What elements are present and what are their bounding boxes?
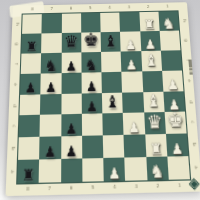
square[interactable]: ♟: [81, 72, 102, 93]
coordinate-label: 3: [125, 184, 147, 191]
coordinate-label: 2: [147, 184, 169, 191]
square[interactable]: ♝: [102, 92, 123, 114]
piece-white-pawn: ♟: [125, 38, 137, 51]
piece-white-pawn: ♟: [144, 38, 156, 51]
piece-white-pawn: ♟: [168, 98, 180, 112]
square[interactable]: [61, 93, 82, 115]
square[interactable]: ♜: [21, 33, 41, 53]
square[interactable]: ♟: [39, 137, 60, 160]
square[interactable]: ♟: [20, 73, 41, 94]
piece-white-bishop: ♝: [144, 52, 159, 68]
square[interactable]: ♟: [140, 31, 161, 51]
square[interactable]: [61, 72, 81, 93]
square[interactable]: ♝: [101, 32, 121, 52]
piece-black-rook: ♜: [22, 167, 35, 183]
square[interactable]: [39, 159, 61, 183]
square[interactable]: ♚: [81, 32, 101, 52]
square[interactable]: [41, 33, 61, 53]
square[interactable]: ♟: [120, 31, 141, 51]
square[interactable]: ♞: [146, 157, 169, 181]
square[interactable]: ♜: [139, 12, 160, 31]
table-backdrop: 87654321 87654321 hgfedcba hgfedcba ♜♞♜♛…: [0, 0, 200, 200]
coordinate-label: 1: [158, 4, 178, 9]
square[interactable]: ♞: [41, 53, 61, 74]
piece-white-knight: ♞: [162, 16, 176, 30]
coordinate-label: 4: [104, 185, 126, 192]
square[interactable]: [167, 156, 190, 180]
square[interactable]: [159, 30, 180, 50]
piece-black-pawn: ♟: [65, 144, 77, 159]
square[interactable]: [125, 157, 147, 181]
square[interactable]: [61, 159, 83, 183]
piece-black-pawn: ♟: [86, 100, 98, 114]
square[interactable]: [124, 135, 146, 158]
chess-board: ♜♞♜♛♚♝♟♟♞♟♞♟♝♟♟♟♟♟♝♝♟♟♟♛♚♟♟♜♟♜♟♞: [16, 10, 191, 184]
square[interactable]: ♜: [145, 134, 167, 157]
square[interactable]: ♛: [144, 112, 166, 134]
coordinate-label: 8: [17, 187, 39, 194]
piece-black-pawn: ♟: [86, 79, 98, 92]
square[interactable]: ♟: [166, 134, 189, 157]
piece-black-pawn: ♟: [66, 59, 77, 72]
board-labels-bottom: 87654321: [17, 183, 191, 193]
piece-black-bishop: ♝: [105, 94, 120, 111]
piece-black-rook: ♜: [25, 39, 37, 53]
piece-white-pawn: ♟: [128, 121, 140, 135]
piece-black-pawn: ♟: [44, 145, 56, 160]
piece-black-bishop: ♝: [104, 34, 118, 50]
piece-white-pawn: ♟: [108, 166, 120, 181]
square[interactable]: ♟: [163, 91, 185, 113]
piece-white-rook: ♜: [143, 18, 156, 31]
piece-white-king: ♚: [166, 111, 184, 131]
square[interactable]: [122, 92, 143, 114]
piece-white-pawn: ♟: [126, 58, 138, 71]
piece-black-pawn: ♟: [25, 81, 37, 94]
square[interactable]: ♟: [103, 158, 125, 182]
square[interactable]: ♟: [61, 114, 82, 136]
piece-white-knight: ♞: [150, 163, 165, 181]
square[interactable]: ♟: [61, 52, 81, 73]
coordinate-label: 5: [81, 5, 100, 10]
piece-black-knight: ♞: [85, 57, 98, 72]
piece-black-queen: ♛: [64, 33, 79, 50]
square[interactable]: [40, 93, 61, 115]
square[interactable]: [82, 158, 104, 182]
square[interactable]: [101, 71, 122, 92]
square[interactable]: ♚: [164, 112, 186, 134]
coordinate-label: 7: [39, 186, 61, 193]
square[interactable]: [19, 94, 40, 116]
piece-white-bishop: ♝: [146, 93, 161, 110]
coordinate-label: 2: [139, 4, 159, 9]
square[interactable]: ♝: [143, 91, 165, 113]
piece-white-pawn: ♟: [167, 78, 179, 91]
piece-white-pawn: ♟: [171, 142, 184, 157]
coordinate-label: 4: [100, 5, 119, 10]
piece-white-rook: ♜: [149, 141, 163, 157]
square[interactable]: ♜: [17, 160, 39, 184]
square[interactable]: [81, 13, 101, 33]
coordinate-label: 1: [169, 183, 191, 190]
square[interactable]: [142, 71, 163, 92]
square[interactable]: ♟: [61, 136, 82, 159]
square[interactable]: ♟: [123, 113, 145, 135]
square[interactable]: ♟: [81, 93, 102, 115]
square[interactable]: [82, 114, 103, 136]
piece-black-pawn: ♟: [65, 122, 77, 136]
square[interactable]: ♟: [121, 51, 142, 72]
square[interactable]: [100, 13, 120, 33]
piece-black-pawn: ♟: [45, 80, 57, 93]
square[interactable]: [18, 137, 40, 160]
square[interactable]: [103, 135, 125, 158]
vendor-diamond-logo-icon: ◈: [188, 175, 200, 190]
square[interactable]: [42, 14, 62, 34]
piece-white-queen: ♛: [146, 113, 163, 132]
edge-brand-mark: [188, 60, 193, 77]
square[interactable]: [120, 12, 140, 32]
square[interactable]: [102, 113, 123, 135]
square[interactable]: ♛: [61, 32, 81, 52]
square[interactable]: [101, 51, 122, 72]
square[interactable]: [82, 136, 103, 159]
coordinate-label: 5: [82, 185, 104, 192]
square[interactable]: ♟: [162, 70, 184, 91]
vinyl-chess-mat: 87654321 87654321 hgfedcba hgfedcba ♜♞♜♛…: [6, 2, 200, 196]
coordinate-label: 6: [61, 6, 80, 11]
square[interactable]: [19, 115, 40, 137]
coordinate-label: 7: [42, 6, 61, 11]
piece-black-knight: ♞: [44, 58, 57, 73]
square[interactable]: [21, 53, 42, 74]
square[interactable]: [161, 50, 182, 71]
square[interactable]: ♞: [158, 11, 179, 30]
square[interactable]: [122, 71, 143, 92]
coordinate-label: 6: [60, 186, 82, 193]
square[interactable]: ♝: [141, 50, 162, 71]
square[interactable]: [40, 115, 61, 137]
square[interactable]: ♟: [41, 73, 62, 94]
square[interactable]: [22, 14, 42, 34]
square[interactable]: ♞: [81, 52, 101, 73]
coordinate-label: 3: [119, 5, 138, 10]
square[interactable]: [61, 13, 81, 33]
piece-black-king: ♚: [83, 31, 99, 49]
